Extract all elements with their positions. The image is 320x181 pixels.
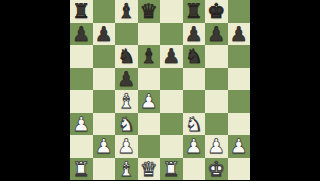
square-h8[interactable] bbox=[228, 0, 251, 23]
square-d5[interactable] bbox=[138, 68, 161, 91]
square-b2[interactable]: ♟ bbox=[93, 135, 116, 158]
square-b3[interactable] bbox=[93, 113, 116, 136]
black-pawn[interactable]: ♟ bbox=[185, 23, 203, 46]
square-h1[interactable] bbox=[228, 158, 251, 181]
black-bishop[interactable]: ♝ bbox=[140, 45, 158, 68]
square-a2[interactable] bbox=[70, 135, 93, 158]
black-knight[interactable]: ♞ bbox=[117, 45, 135, 68]
square-c8[interactable]: ♝ bbox=[115, 0, 138, 23]
square-g3[interactable] bbox=[205, 113, 228, 136]
black-pawn[interactable]: ♟ bbox=[162, 45, 180, 68]
black-pawn[interactable]: ♟ bbox=[207, 23, 225, 46]
square-e5[interactable] bbox=[160, 68, 183, 91]
square-a5[interactable] bbox=[70, 68, 93, 91]
white-rook[interactable]: ♜ bbox=[162, 158, 180, 181]
square-c4[interactable]: ♝ bbox=[115, 90, 138, 113]
white-queen[interactable]: ♛ bbox=[140, 158, 158, 181]
square-f6[interactable]: ♞ bbox=[183, 45, 206, 68]
black-rook[interactable]: ♜ bbox=[72, 0, 90, 23]
square-a1[interactable]: ♜ bbox=[70, 158, 93, 181]
white-bishop[interactable]: ♝ bbox=[117, 90, 135, 113]
square-h7[interactable]: ♟ bbox=[228, 23, 251, 46]
black-pawn[interactable]: ♟ bbox=[95, 23, 113, 46]
black-pawn[interactable]: ♟ bbox=[230, 23, 248, 46]
square-d2[interactable] bbox=[138, 135, 161, 158]
square-g4[interactable] bbox=[205, 90, 228, 113]
white-pawn[interactable]: ♟ bbox=[185, 135, 203, 158]
square-b6[interactable] bbox=[93, 45, 116, 68]
square-e4[interactable] bbox=[160, 90, 183, 113]
square-h3[interactable] bbox=[228, 113, 251, 136]
square-c7[interactable] bbox=[115, 23, 138, 46]
square-a6[interactable] bbox=[70, 45, 93, 68]
white-knight[interactable]: ♞ bbox=[185, 113, 203, 136]
black-king[interactable]: ♚ bbox=[207, 0, 225, 23]
square-b8[interactable] bbox=[93, 0, 116, 23]
white-pawn[interactable]: ♟ bbox=[72, 113, 90, 136]
square-h5[interactable] bbox=[228, 68, 251, 91]
square-h4[interactable] bbox=[228, 90, 251, 113]
square-d3[interactable] bbox=[138, 113, 161, 136]
square-d4[interactable]: ♟ bbox=[138, 90, 161, 113]
square-g5[interactable] bbox=[205, 68, 228, 91]
square-c1[interactable]: ♝ bbox=[115, 158, 138, 181]
square-e2[interactable] bbox=[160, 135, 183, 158]
white-bishop[interactable]: ♝ bbox=[117, 158, 135, 181]
square-g6[interactable] bbox=[205, 45, 228, 68]
square-g8[interactable]: ♚ bbox=[205, 0, 228, 23]
square-f3[interactable]: ♞ bbox=[183, 113, 206, 136]
square-e7[interactable] bbox=[160, 23, 183, 46]
black-queen[interactable]: ♛ bbox=[140, 0, 158, 23]
square-c5[interactable]: ♟ bbox=[115, 68, 138, 91]
square-a8[interactable]: ♜ bbox=[70, 0, 93, 23]
square-d6[interactable]: ♝ bbox=[138, 45, 161, 68]
black-bishop[interactable]: ♝ bbox=[117, 0, 135, 23]
square-c2[interactable]: ♟ bbox=[115, 135, 138, 158]
square-f2[interactable]: ♟ bbox=[183, 135, 206, 158]
square-h6[interactable] bbox=[228, 45, 251, 68]
chess-board: ♜♝♛♜♚♟♟♟♟♟♞♝♟♞♟♝♟♟♞♞♟♟♟♟♟♜♝♛♜♚ bbox=[70, 0, 250, 180]
white-pawn[interactable]: ♟ bbox=[230, 135, 248, 158]
white-pawn[interactable]: ♟ bbox=[140, 90, 158, 113]
square-c6[interactable]: ♞ bbox=[115, 45, 138, 68]
page-background: ♜♝♛♜♚♟♟♟♟♟♞♝♟♞♟♝♟♟♞♞♟♟♟♟♟♜♝♛♜♚ bbox=[0, 0, 320, 180]
square-e8[interactable] bbox=[160, 0, 183, 23]
square-a7[interactable]: ♟ bbox=[70, 23, 93, 46]
square-d8[interactable]: ♛ bbox=[138, 0, 161, 23]
square-f1[interactable] bbox=[183, 158, 206, 181]
square-h2[interactable]: ♟ bbox=[228, 135, 251, 158]
square-d1[interactable]: ♛ bbox=[138, 158, 161, 181]
square-b1[interactable] bbox=[93, 158, 116, 181]
white-king[interactable]: ♚ bbox=[207, 158, 225, 181]
white-knight[interactable]: ♞ bbox=[117, 113, 135, 136]
square-f5[interactable] bbox=[183, 68, 206, 91]
white-rook[interactable]: ♜ bbox=[72, 158, 90, 181]
square-a4[interactable] bbox=[70, 90, 93, 113]
square-b5[interactable] bbox=[93, 68, 116, 91]
square-f7[interactable]: ♟ bbox=[183, 23, 206, 46]
white-pawn[interactable]: ♟ bbox=[117, 135, 135, 158]
square-c3[interactable]: ♞ bbox=[115, 113, 138, 136]
square-b4[interactable] bbox=[93, 90, 116, 113]
square-g7[interactable]: ♟ bbox=[205, 23, 228, 46]
square-g2[interactable]: ♟ bbox=[205, 135, 228, 158]
square-a3[interactable]: ♟ bbox=[70, 113, 93, 136]
square-b7[interactable]: ♟ bbox=[93, 23, 116, 46]
black-rook[interactable]: ♜ bbox=[185, 0, 203, 23]
square-f8[interactable]: ♜ bbox=[183, 0, 206, 23]
square-f4[interactable] bbox=[183, 90, 206, 113]
square-e1[interactable]: ♜ bbox=[160, 158, 183, 181]
black-pawn[interactable]: ♟ bbox=[72, 23, 90, 46]
white-pawn[interactable]: ♟ bbox=[207, 135, 225, 158]
square-e6[interactable]: ♟ bbox=[160, 45, 183, 68]
square-d7[interactable] bbox=[138, 23, 161, 46]
black-knight[interactable]: ♞ bbox=[185, 45, 203, 68]
square-g1[interactable]: ♚ bbox=[205, 158, 228, 181]
square-e3[interactable] bbox=[160, 113, 183, 136]
black-pawn[interactable]: ♟ bbox=[117, 68, 135, 91]
white-pawn[interactable]: ♟ bbox=[95, 135, 113, 158]
